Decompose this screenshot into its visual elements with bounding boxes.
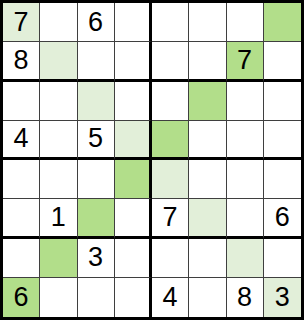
cell-r7c2[interactable] bbox=[40, 239, 77, 278]
cell-r5c6[interactable] bbox=[189, 160, 226, 199]
cell-r5c7[interactable] bbox=[227, 160, 264, 199]
cell-r6c8[interactable]: 6 bbox=[264, 199, 301, 238]
cell-r1c7[interactable] bbox=[227, 3, 264, 42]
cell-r2c6[interactable] bbox=[189, 42, 226, 81]
cell-r4c4[interactable] bbox=[115, 121, 152, 160]
cell-r3c7[interactable] bbox=[227, 82, 264, 121]
cell-r1c1[interactable]: 7 bbox=[3, 3, 40, 42]
cell-r8c8[interactable]: 3 bbox=[264, 278, 301, 317]
cell-r6c1[interactable] bbox=[3, 199, 40, 238]
cell-r6c3[interactable] bbox=[78, 199, 115, 238]
cell-r5c1[interactable] bbox=[3, 160, 40, 199]
cell-r7c6[interactable] bbox=[189, 239, 226, 278]
cell-r8c2[interactable] bbox=[40, 278, 77, 317]
cell-r7c8[interactable] bbox=[264, 239, 301, 278]
cell-r3c5[interactable] bbox=[152, 82, 189, 121]
cell-r3c8[interactable] bbox=[264, 82, 301, 121]
cell-r1c3[interactable]: 6 bbox=[78, 3, 115, 42]
cell-r5c3[interactable] bbox=[78, 160, 115, 199]
cell-r7c4[interactable] bbox=[115, 239, 152, 278]
cell-r8c7[interactable]: 8 bbox=[227, 278, 264, 317]
cell-r2c3[interactable] bbox=[78, 42, 115, 81]
cell-r4c1[interactable]: 4 bbox=[3, 121, 40, 160]
cell-r7c3[interactable]: 3 bbox=[78, 239, 115, 278]
cell-r8c1[interactable]: 6 bbox=[3, 278, 40, 317]
cell-r1c8[interactable] bbox=[264, 3, 301, 42]
cell-r1c6[interactable] bbox=[189, 3, 226, 42]
cell-r1c5[interactable] bbox=[152, 3, 189, 42]
cell-r6c4[interactable] bbox=[115, 199, 152, 238]
cell-r5c8[interactable] bbox=[264, 160, 301, 199]
cell-r4c3[interactable]: 5 bbox=[78, 121, 115, 160]
cell-r4c2[interactable] bbox=[40, 121, 77, 160]
cell-r3c2[interactable] bbox=[40, 82, 77, 121]
cell-r5c5[interactable] bbox=[152, 160, 189, 199]
cell-r2c5[interactable] bbox=[152, 42, 189, 81]
cell-r3c1[interactable] bbox=[3, 82, 40, 121]
cell-r5c2[interactable] bbox=[40, 160, 77, 199]
cell-r3c3[interactable] bbox=[78, 82, 115, 121]
cell-r1c4[interactable] bbox=[115, 3, 152, 42]
cell-r6c6[interactable] bbox=[189, 199, 226, 238]
cell-r8c5[interactable]: 4 bbox=[152, 278, 189, 317]
cell-r2c1[interactable]: 8 bbox=[3, 42, 40, 81]
cell-r8c6[interactable] bbox=[189, 278, 226, 317]
cell-r7c7[interactable] bbox=[227, 239, 264, 278]
cell-r4c7[interactable] bbox=[227, 121, 264, 160]
cell-r2c2[interactable] bbox=[40, 42, 77, 81]
cell-r2c7[interactable]: 7 bbox=[227, 42, 264, 81]
cell-r6c2[interactable]: 1 bbox=[40, 199, 77, 238]
cell-r7c5[interactable] bbox=[152, 239, 189, 278]
cell-r4c8[interactable] bbox=[264, 121, 301, 160]
cell-r7c1[interactable] bbox=[3, 239, 40, 278]
cell-r2c8[interactable] bbox=[264, 42, 301, 81]
cell-r3c4[interactable] bbox=[115, 82, 152, 121]
cell-r8c3[interactable] bbox=[78, 278, 115, 317]
cell-r8c4[interactable] bbox=[115, 278, 152, 317]
cell-r2c4[interactable] bbox=[115, 42, 152, 81]
cell-r6c5[interactable]: 7 bbox=[152, 199, 189, 238]
cell-r3c6[interactable] bbox=[189, 82, 226, 121]
cell-r1c2[interactable] bbox=[40, 3, 77, 42]
cell-r5c4[interactable] bbox=[115, 160, 152, 199]
cell-r6c7[interactable] bbox=[227, 199, 264, 238]
cell-r4c6[interactable] bbox=[189, 121, 226, 160]
sudoku-board: 76874517636483 bbox=[0, 0, 304, 320]
cell-r4c5[interactable] bbox=[152, 121, 189, 160]
